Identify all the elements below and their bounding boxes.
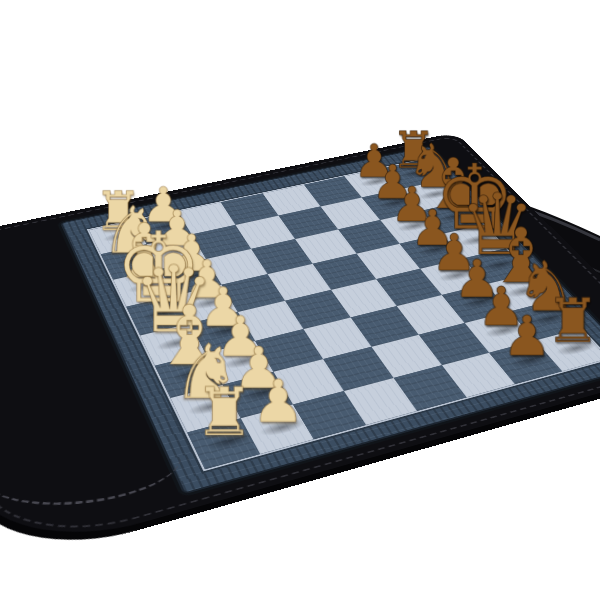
piece-black-pawn[interactable]: ♟ <box>502 308 552 363</box>
piece-white-pawn[interactable]: ♟ <box>252 372 305 431</box>
product-photo: ♜♟♟♜♞♟♟♞♝♟♟♝♚♟♟♚♛♟♟♛♝♟♟♝♞♟♟♞♜♟♟♜ <box>0 0 600 600</box>
scene: ♜♟♟♜♞♟♟♞♝♟♟♝♚♟♟♚♛♟♟♛♝♟♟♝♞♟♟♞♜♟♟♜ <box>0 0 600 600</box>
roll-up-mat: ♜♟♟♜♞♟♟♞♝♟♟♝♚♟♟♚♛♟♟♛♝♟♟♝♞♟♟♞♜♟♟♜ <box>0 133 600 564</box>
board-frame: ♜♟♟♜♞♟♟♞♝♟♟♝♚♟♟♚♛♟♟♛♝♟♟♝♞♟♟♞♜♟♟♜ <box>60 146 600 494</box>
piece-black-rook[interactable]: ♜ <box>545 290 600 351</box>
square-a1[interactable]: ♜ <box>187 418 260 469</box>
piece-white-rook[interactable]: ♜ <box>194 378 254 445</box>
chess-board[interactable]: ♜♟♟♜♞♟♟♞♝♟♟♝♚♟♟♚♛♟♟♛♝♟♟♝♞♟♟♞♜♟♟♜ <box>89 160 600 469</box>
